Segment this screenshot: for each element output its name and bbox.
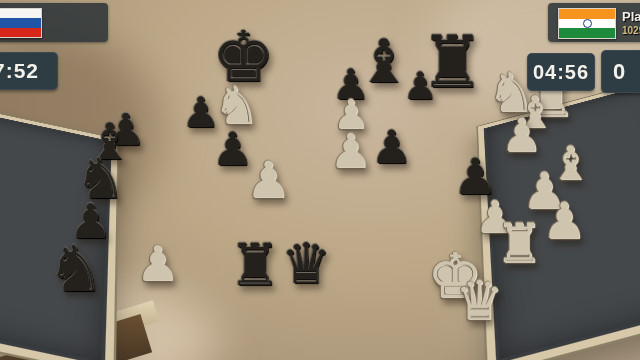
player-badge-right: Pla 1029: [548, 3, 640, 42]
piece-black-pawn-g7[interactable]: ♟: [403, 67, 437, 105]
captured-white-pawn: ♟: [542, 196, 587, 246]
clock-right-secondary: 0: [601, 50, 640, 93]
piece-white-pawn-c4[interactable]: ♟: [246, 155, 291, 205]
clock-right-player: 04:56: [527, 53, 595, 91]
piece-black-rook-c3[interactable]: ♜: [229, 236, 281, 294]
player-badge-left: yer-460 987: [0, 3, 108, 42]
piece-white-queen-g1[interactable]: ♛: [455, 273, 503, 327]
player-rating-right: 1029: [622, 25, 640, 36]
piece-white-pawn-a2[interactable]: ♟: [136, 240, 179, 288]
india-flag-icon: [558, 8, 616, 39]
piece-black-pawn-f5[interactable]: ♟: [371, 124, 412, 170]
piece-white-knight-b6[interactable]: ♞: [213, 79, 260, 131]
captured-black-knight: ♞: [47, 237, 104, 301]
clock-left-player: 7:52: [0, 52, 58, 90]
ashoka-chakra-icon: [583, 19, 592, 28]
player-name-right: Pla: [622, 9, 640, 24]
captured-white-pawn: ♟: [501, 112, 542, 158]
russia-flag-icon: [0, 8, 42, 38]
captured-white-rook: ♜: [495, 216, 543, 270]
piece-black-queen-d3[interactable]: ♛: [281, 236, 331, 292]
piece-white-pawn-e5[interactable]: ♟: [330, 127, 372, 174]
